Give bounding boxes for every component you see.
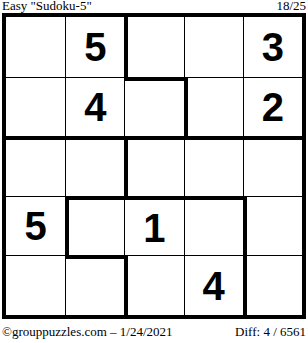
cell-r3c3[interactable] bbox=[124, 136, 183, 196]
cell-r3c4[interactable] bbox=[184, 136, 243, 196]
given-digit: 5 bbox=[24, 206, 46, 246]
cell-r5c5[interactable] bbox=[243, 255, 302, 315]
cell-r1c1[interactable] bbox=[6, 17, 65, 77]
cell-r4c1[interactable]: 5 bbox=[6, 196, 65, 256]
puzzle-title: Easy "Sudoku-5" bbox=[2, 0, 92, 13]
cell-r2c1[interactable] bbox=[6, 77, 65, 137]
cell-r2c5[interactable]: 2 bbox=[243, 77, 302, 137]
cell-r3c2[interactable] bbox=[65, 136, 124, 196]
cell-r5c3[interactable] bbox=[124, 255, 183, 315]
given-digit: 5 bbox=[84, 27, 106, 67]
cell-r4c3[interactable]: 1 bbox=[124, 196, 183, 256]
given-digit: 2 bbox=[262, 87, 284, 127]
cell-r1c5[interactable]: 3 bbox=[243, 17, 302, 77]
cell-r1c3[interactable] bbox=[124, 17, 183, 77]
cell-r4c5[interactable] bbox=[243, 196, 302, 256]
cell-r4c2[interactable] bbox=[65, 196, 124, 256]
footer: ©grouppuzzles.com – 1/24/2021 Diff: 4 / … bbox=[2, 324, 306, 339]
cell-r1c2[interactable]: 5 bbox=[65, 17, 124, 77]
given-digit: 1 bbox=[143, 208, 165, 248]
given-digit: 3 bbox=[262, 27, 284, 67]
footer-difficulty: Diff: 4 / 6561 bbox=[235, 324, 306, 339]
givens-counter: 18/25 bbox=[276, 0, 306, 13]
cell-r2c4[interactable] bbox=[184, 77, 243, 137]
footer-copyright: ©grouppuzzles.com – 1/24/2021 bbox=[2, 324, 173, 339]
cell-r3c1[interactable] bbox=[6, 136, 65, 196]
cell-r1c4[interactable] bbox=[184, 17, 243, 77]
given-digit: 4 bbox=[84, 87, 106, 127]
cell-r5c2[interactable] bbox=[65, 255, 124, 315]
cell-r5c1[interactable] bbox=[6, 255, 65, 315]
given-digit: 4 bbox=[203, 266, 225, 306]
cell-r2c2[interactable]: 4 bbox=[65, 77, 124, 137]
cell-r4c4[interactable] bbox=[184, 196, 243, 256]
cell-r5c4[interactable]: 4 bbox=[184, 255, 243, 315]
cell-r2c3[interactable] bbox=[124, 77, 183, 137]
sudoku-grid: 5342514 bbox=[2, 13, 306, 319]
cell-r3c5[interactable] bbox=[243, 136, 302, 196]
header: Easy "Sudoku-5" 18/25 bbox=[2, 0, 306, 13]
